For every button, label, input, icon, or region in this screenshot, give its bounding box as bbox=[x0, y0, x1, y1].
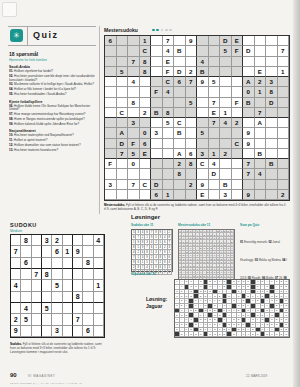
mester-cell-given: B bbox=[243, 98, 255, 108]
mester-cell-empty[interactable] bbox=[243, 57, 255, 67]
mester-cell-empty[interactable] bbox=[163, 169, 175, 179]
sudoku-cell-empty[interactable] bbox=[52, 303, 62, 314]
mester-cell-empty[interactable] bbox=[266, 180, 278, 190]
sudoku-cell-empty[interactable] bbox=[63, 292, 73, 303]
sudoku-cell-empty[interactable] bbox=[83, 292, 93, 303]
mester-cell-empty[interactable] bbox=[151, 77, 163, 87]
mester-cell-given: 9 bbox=[243, 190, 255, 200]
mester-cell-given: 9 bbox=[243, 128, 255, 138]
mester-cell-empty[interactable] bbox=[266, 108, 278, 118]
sudoku-cell-empty[interactable] bbox=[21, 246, 31, 257]
mester-cell-empty[interactable] bbox=[220, 77, 232, 87]
mester-cell-empty[interactable] bbox=[128, 169, 140, 179]
mester-cell-given: 2 bbox=[255, 77, 267, 87]
mester-cell-empty[interactable] bbox=[209, 36, 221, 46]
sudoku-cell-given: 8 bbox=[21, 235, 31, 246]
difficulty-dot bbox=[169, 29, 172, 32]
sudoku-cell-empty[interactable] bbox=[42, 292, 52, 303]
mester-cell-empty[interactable] bbox=[186, 108, 198, 118]
mester-cell-given: 9 bbox=[197, 180, 209, 190]
mester-cell-given: 9 bbox=[243, 139, 255, 149]
mester-cell-given: 2 bbox=[232, 118, 244, 128]
mestersudoku-caption: Mestersudoku. Fyll ut feltene slik at de… bbox=[104, 204, 288, 212]
mester-cell-empty[interactable] bbox=[105, 46, 117, 56]
sudoku-cell-empty[interactable] bbox=[73, 280, 83, 291]
mester-cell-empty[interactable] bbox=[105, 118, 117, 128]
mester-cell-empty[interactable] bbox=[220, 128, 232, 138]
sudoku-cell-empty[interactable] bbox=[73, 326, 83, 337]
sudoku-cell-empty[interactable] bbox=[42, 314, 52, 325]
mester-cell-given: 8 bbox=[140, 57, 152, 67]
sudoku-cell-empty[interactable] bbox=[32, 292, 42, 303]
mester-cell-empty[interactable] bbox=[151, 169, 163, 179]
quiz-question: 05. Hva heter hovedstaden i Saudi-Arabia… bbox=[9, 93, 95, 97]
mester-cell-given: 8 bbox=[128, 98, 140, 108]
mester-cell-empty[interactable] bbox=[197, 169, 209, 179]
mester-cell-empty[interactable] bbox=[255, 128, 267, 138]
mester-cell-empty[interactable] bbox=[209, 87, 221, 97]
magazine-page: ✳ Quiz 18 spørsmål Hjernetrim for hele f… bbox=[0, 0, 300, 387]
sudoku-cell-empty[interactable] bbox=[42, 280, 52, 291]
mester-cell-empty[interactable] bbox=[197, 36, 209, 46]
mester-cell-empty[interactable] bbox=[163, 128, 175, 138]
mester-cell-empty[interactable] bbox=[278, 159, 290, 169]
mester-cell-empty[interactable] bbox=[140, 98, 152, 108]
mester-cell-empty[interactable] bbox=[266, 46, 278, 56]
mester-cell-given: D bbox=[266, 98, 278, 108]
mester-cell-empty[interactable] bbox=[243, 149, 255, 159]
mester-cell-given: D bbox=[243, 46, 255, 56]
mester-cell-empty[interactable] bbox=[128, 190, 140, 200]
mester-cell-empty[interactable] bbox=[105, 98, 117, 108]
quiz-question: 12. Hvilken dramatiker står som statue f… bbox=[9, 144, 95, 148]
mester-cell-empty[interactable] bbox=[151, 149, 163, 159]
mester-cell-empty[interactable] bbox=[232, 57, 244, 67]
mester-cell-empty[interactable] bbox=[278, 169, 290, 179]
quiz-question: 08. Hvem er Norges mestscorende spiller … bbox=[9, 118, 95, 122]
mester-cell-empty[interactable] bbox=[117, 190, 129, 200]
mester-cell-given: 8 bbox=[140, 67, 152, 77]
mester-cell-empty[interactable] bbox=[151, 159, 163, 169]
sudoku-cell-empty[interactable] bbox=[83, 246, 93, 257]
mester-cell-empty[interactable] bbox=[278, 57, 290, 67]
mester-cell-given: 6 bbox=[186, 149, 198, 159]
difficulty-dot bbox=[152, 29, 155, 32]
mester-cell-given: 7 bbox=[255, 108, 267, 118]
sudoku-cell-given: 6 bbox=[21, 258, 31, 269]
mester-cell-empty[interactable] bbox=[255, 159, 267, 169]
mester-cell-empty[interactable] bbox=[232, 67, 244, 77]
mester-cell-empty[interactable] bbox=[163, 139, 175, 149]
sudoku-cell-empty[interactable] bbox=[63, 269, 73, 280]
scan-corner-artifact bbox=[2, 2, 17, 17]
sudoku-cell-empty[interactable] bbox=[73, 235, 83, 246]
mester-cell-empty[interactable] bbox=[186, 57, 198, 67]
mester-cell-given: 1 bbox=[278, 67, 290, 77]
mester-cell-empty[interactable] bbox=[186, 118, 198, 128]
mester-cell-given: 8 bbox=[186, 159, 198, 169]
mester-cell-empty[interactable] bbox=[151, 118, 163, 128]
mester-cell-given: A bbox=[117, 128, 129, 138]
crossword-letter-cell: N bbox=[284, 332, 289, 337]
mester-cell-empty[interactable] bbox=[278, 180, 290, 190]
sudoku-cell-empty[interactable] bbox=[83, 303, 93, 314]
mester-cell-given: 7 bbox=[209, 98, 221, 108]
mester-cell-empty[interactable] bbox=[174, 87, 186, 97]
crossword-solution-word: Løsning: Jaguar bbox=[146, 296, 167, 310]
mester-cell-empty[interactable] bbox=[209, 128, 221, 138]
sudoku-cell-empty[interactable] bbox=[21, 292, 31, 303]
mester-cell-given: D bbox=[174, 67, 186, 77]
mester-cell-empty[interactable] bbox=[140, 169, 152, 179]
mester-cell-given: 1 bbox=[209, 149, 221, 159]
mester-cell-empty[interactable] bbox=[151, 36, 163, 46]
sudoku-cell-empty[interactable] bbox=[73, 258, 83, 269]
mester-cell-empty[interactable] bbox=[209, 180, 221, 190]
mester-cell-empty[interactable] bbox=[255, 57, 267, 67]
mester-cell-empty[interactable] bbox=[255, 46, 267, 56]
mester-cell-empty[interactable] bbox=[128, 87, 140, 97]
mester-cell-given: C bbox=[117, 108, 129, 118]
sudoku-cell-empty[interactable] bbox=[11, 258, 21, 269]
mester-cell-empty[interactable] bbox=[197, 46, 209, 56]
sudoku-cell-empty[interactable] bbox=[63, 235, 73, 246]
sudoku-cell-empty[interactable] bbox=[32, 246, 42, 257]
mester-cell-empty[interactable] bbox=[128, 67, 140, 77]
mester-cell-empty[interactable] bbox=[151, 139, 163, 149]
mester-cell-given: 2 bbox=[140, 108, 152, 118]
sudoku-cell-given: 4 bbox=[11, 280, 21, 291]
mester-cell-empty[interactable] bbox=[163, 149, 175, 159]
sudoku-cell-empty[interactable] bbox=[73, 269, 83, 280]
sudoku-cell-empty[interactable] bbox=[11, 235, 21, 246]
mester-cell-empty[interactable] bbox=[266, 118, 278, 128]
mester-cell-given: 5 bbox=[220, 46, 232, 56]
mester-cell-empty[interactable] bbox=[186, 169, 198, 179]
mester-cell-given: F bbox=[163, 67, 175, 77]
mester-cell-empty[interactable] bbox=[105, 57, 117, 67]
mester-cell-empty[interactable] bbox=[128, 36, 140, 46]
mester-cell-empty[interactable] bbox=[266, 149, 278, 159]
sudoku-cell-empty[interactable] bbox=[63, 303, 73, 314]
mester-cell-given: A bbox=[243, 77, 255, 87]
mester-cell-given: 4 bbox=[163, 87, 175, 97]
sudoku-cell-empty[interactable] bbox=[52, 292, 62, 303]
sudoku-cell-empty[interactable] bbox=[94, 303, 104, 314]
mester-cell-empty[interactable] bbox=[266, 67, 278, 77]
mestersudoku-title: Mestersudoku bbox=[104, 27, 138, 33]
sudoku-cell-empty[interactable] bbox=[52, 269, 62, 280]
sudoku-cell-empty[interactable] bbox=[83, 280, 93, 291]
mester-cell-given: 2 bbox=[220, 149, 232, 159]
mester-cell-empty[interactable] bbox=[209, 190, 221, 200]
mester-cell-empty[interactable] bbox=[174, 36, 186, 46]
mester-cell-empty[interactable] bbox=[220, 139, 232, 149]
difficulty-dot bbox=[161, 29, 164, 32]
quiz-answers-label: Svar på Quiz bbox=[240, 223, 259, 227]
sudoku-caption: Sudoku. Fyll ut feltene slik at de vannr… bbox=[10, 343, 106, 355]
mester-cell-empty[interactable] bbox=[209, 46, 221, 56]
mester-cell-given: 3 bbox=[128, 118, 140, 128]
quiz-question: 02. Hva heter journalisten som ble drept… bbox=[9, 75, 95, 83]
mester-cell-empty[interactable] bbox=[220, 87, 232, 97]
sudoku-cell-empty[interactable] bbox=[32, 280, 42, 291]
mester-cell-given: B bbox=[266, 159, 278, 169]
sudoku-title: SUDOKU bbox=[10, 222, 37, 228]
mester-cell-empty[interactable] bbox=[278, 139, 290, 149]
mester-cell-empty[interactable] bbox=[140, 190, 152, 200]
sudoku-cell-empty[interactable] bbox=[21, 280, 31, 291]
sudoku-cell-empty[interactable] bbox=[32, 303, 42, 314]
mester-cell-empty[interactable] bbox=[140, 118, 152, 128]
mester-cell-empty[interactable] bbox=[255, 98, 267, 108]
mester-cell-empty[interactable] bbox=[278, 118, 290, 128]
mester-cell-empty[interactable] bbox=[174, 190, 186, 200]
mester-cell-empty[interactable] bbox=[278, 98, 290, 108]
mester-cell-empty[interactable] bbox=[117, 77, 129, 87]
mester-cell-empty[interactable] bbox=[163, 98, 175, 108]
sudoku-cell-empty[interactable] bbox=[42, 246, 52, 257]
mester-cell-empty[interactable] bbox=[220, 98, 232, 108]
sudoku-cell-given: 1 bbox=[94, 280, 104, 291]
mester-cell-empty[interactable] bbox=[117, 57, 129, 67]
sudoku-cell-given: 7 bbox=[11, 246, 21, 257]
mester-cell-empty[interactable] bbox=[197, 118, 209, 128]
mester-cell-empty[interactable] bbox=[197, 87, 209, 97]
footer-magazine-name: VI MAGASINET bbox=[28, 374, 55, 378]
mester-cell-empty[interactable] bbox=[278, 87, 290, 97]
mester-cell-empty[interactable] bbox=[140, 77, 152, 87]
mester-cell-given: 2 bbox=[278, 190, 290, 200]
sudoku-cell-given: 3 bbox=[42, 235, 52, 246]
mester-cell-empty[interactable] bbox=[220, 159, 232, 169]
mester-cell-empty[interactable] bbox=[255, 180, 267, 190]
sudoku-cell-empty[interactable] bbox=[83, 269, 93, 280]
mester-cell-empty[interactable] bbox=[117, 180, 129, 190]
sudoku-solution-grid: 5346789126721953481983425678597614234268… bbox=[131, 229, 173, 272]
sudoku-cell-empty[interactable] bbox=[21, 269, 31, 280]
mester-cell-empty[interactable] bbox=[117, 87, 129, 97]
mester-cell-empty[interactable] bbox=[174, 139, 186, 149]
mester-cell-empty[interactable] bbox=[105, 67, 117, 77]
mester-cell-given: 0 bbox=[243, 87, 255, 97]
mester-cell-given: 7 bbox=[209, 118, 221, 128]
sudoku-cell-empty[interactable] bbox=[52, 258, 62, 269]
mester-cell-empty[interactable] bbox=[243, 36, 255, 46]
mester-cell-empty[interactable] bbox=[174, 108, 186, 118]
mester-cell-empty[interactable] bbox=[197, 98, 209, 108]
mester-cell-empty[interactable] bbox=[209, 57, 221, 67]
mester-cell-empty[interactable] bbox=[232, 159, 244, 169]
mester-cell-given: B bbox=[174, 128, 186, 138]
mester-cell-empty[interactable] bbox=[232, 87, 244, 97]
mester-cell-given: D bbox=[117, 139, 129, 149]
mester-cell-empty[interactable] bbox=[243, 180, 255, 190]
mester-cell-empty[interactable] bbox=[278, 77, 290, 87]
mester-cell-empty[interactable] bbox=[266, 36, 278, 46]
mester-cell-empty[interactable] bbox=[232, 77, 244, 87]
mester-cell-empty[interactable] bbox=[151, 67, 163, 77]
sudoku-cell-empty[interactable] bbox=[94, 326, 104, 337]
sudoku-cell-empty[interactable] bbox=[11, 292, 21, 303]
sudoku-cell-empty[interactable] bbox=[94, 269, 104, 280]
mester-cell-empty[interactable] bbox=[186, 87, 198, 97]
sudoku-cell-empty[interactable] bbox=[94, 292, 104, 303]
mester-cell-empty[interactable] bbox=[117, 118, 129, 128]
mester-cell-empty[interactable] bbox=[243, 118, 255, 128]
sudoku-cell-empty[interactable] bbox=[11, 303, 21, 314]
mester-cell-given: 8 bbox=[266, 87, 278, 97]
mester-cell-given: 8 bbox=[163, 108, 175, 118]
mester-cell-empty[interactable] bbox=[220, 57, 232, 67]
sudoku-cell-empty[interactable] bbox=[63, 326, 73, 337]
mester-cell-empty[interactable] bbox=[105, 190, 117, 200]
mester-cell-empty[interactable] bbox=[105, 149, 117, 159]
mester-cell-given: 3 bbox=[105, 180, 117, 190]
sudoku-cell-empty[interactable] bbox=[94, 258, 104, 269]
sudoku-cell-empty[interactable] bbox=[63, 258, 73, 269]
mester-cell-empty[interactable] bbox=[151, 46, 163, 56]
mester-cell-given: 7 bbox=[128, 180, 140, 190]
column-divider bbox=[99, 26, 100, 214]
mester-cell-empty[interactable] bbox=[140, 159, 152, 169]
mester-cell-empty[interactable] bbox=[140, 87, 152, 97]
mester-cell-empty[interactable] bbox=[117, 36, 129, 46]
mester-cell-empty[interactable] bbox=[255, 190, 267, 200]
mester-cell-empty[interactable] bbox=[105, 139, 117, 149]
mester-cell-empty[interactable] bbox=[266, 190, 278, 200]
mester-cell-empty[interactable] bbox=[243, 108, 255, 118]
mester-cell-empty[interactable] bbox=[243, 67, 255, 77]
sudoku-cell-given: 6 bbox=[52, 246, 62, 257]
sudoku-cell-given: 8 bbox=[83, 258, 93, 269]
mester-cell-empty[interactable] bbox=[174, 98, 186, 108]
sudoku-cell-empty[interactable] bbox=[83, 314, 93, 325]
mester-cell-given: C bbox=[232, 139, 244, 149]
quiz-question: 06. Hvilken klubb trente Ole Gunnar Sols… bbox=[9, 105, 95, 113]
mester-cell-empty[interactable] bbox=[105, 77, 117, 87]
mester-cell-empty[interactable] bbox=[255, 139, 267, 149]
mester-cell-empty[interactable] bbox=[197, 108, 209, 118]
mester-cell-empty[interactable] bbox=[105, 87, 117, 97]
mester-cell-given: F bbox=[151, 87, 163, 97]
mester-cell-empty[interactable] bbox=[128, 108, 140, 118]
mester-cell-empty[interactable] bbox=[174, 180, 186, 190]
mester-cell-given: B bbox=[174, 46, 186, 56]
mester-cell-empty[interactable] bbox=[278, 149, 290, 159]
mester-cell-empty[interactable] bbox=[220, 169, 232, 179]
mester-cell-empty[interactable] bbox=[209, 139, 221, 149]
mester-cell-given: E bbox=[140, 149, 152, 159]
mester-cell-empty[interactable] bbox=[186, 128, 198, 138]
sudoku-cell-empty[interactable] bbox=[63, 280, 73, 291]
mester-cell-empty[interactable] bbox=[255, 36, 267, 46]
sudoku-cell-empty[interactable] bbox=[32, 258, 42, 269]
sudoku-cell-given: 2 bbox=[11, 314, 21, 325]
mester-cell-empty[interactable] bbox=[220, 67, 232, 77]
sudoku-cell-empty[interactable] bbox=[11, 269, 21, 280]
mester-cell-empty[interactable] bbox=[209, 67, 221, 77]
sudoku-cell-empty[interactable] bbox=[21, 326, 31, 337]
mester-cell-given: 3 bbox=[220, 190, 232, 200]
mester-cell-given: 1 bbox=[140, 36, 152, 46]
mester-cell-empty[interactable] bbox=[186, 190, 198, 200]
quiz-answer: 01 Eneveldig monarki. bbox=[240, 240, 268, 244]
difficulty-dot bbox=[156, 29, 159, 32]
mester-cell-empty[interactable] bbox=[278, 36, 290, 46]
sudoku-cell-empty[interactable] bbox=[42, 258, 52, 269]
mester-cell-empty[interactable] bbox=[151, 57, 163, 67]
mester-cell-empty[interactable] bbox=[117, 159, 129, 169]
sudoku-difficulty: Medium bbox=[10, 229, 22, 233]
mester-cell-empty[interactable] bbox=[266, 169, 278, 179]
mester-cell-empty[interactable] bbox=[174, 57, 186, 67]
sudoku-cell-empty[interactable] bbox=[83, 235, 93, 246]
mester-cell-given: E bbox=[197, 190, 209, 200]
mester-cell-empty[interactable] bbox=[278, 108, 290, 118]
mester-cell-given: 9 bbox=[186, 36, 198, 46]
mester-cell-empty[interactable] bbox=[186, 139, 198, 149]
mester-cell-empty[interactable] bbox=[105, 169, 117, 179]
mester-cell-empty[interactable] bbox=[232, 128, 244, 138]
mester-cell-empty[interactable] bbox=[232, 190, 244, 200]
sudoku-cell-empty[interactable] bbox=[32, 235, 42, 246]
sudoku-cell-empty[interactable] bbox=[63, 314, 73, 325]
mester-cell-empty[interactable] bbox=[278, 128, 290, 138]
mester-cell-empty[interactable] bbox=[105, 108, 117, 118]
mester-cell-empty[interactable] bbox=[128, 46, 140, 56]
mester-cell-empty[interactable] bbox=[266, 128, 278, 138]
mester-cell-empty[interactable] bbox=[117, 98, 129, 108]
mester-cell-given: C bbox=[174, 118, 186, 128]
mester-cell-given: 1 bbox=[220, 108, 232, 118]
sudoku-cell-empty[interactable] bbox=[73, 303, 83, 314]
header-rule bbox=[8, 45, 96, 46]
mester-cell-empty[interactable] bbox=[128, 128, 140, 138]
mester-cell-empty[interactable] bbox=[105, 128, 117, 138]
mester-cell-empty[interactable] bbox=[197, 139, 209, 149]
sudoku-cell-empty[interactable] bbox=[94, 246, 104, 257]
mester-cell-empty[interactable] bbox=[266, 57, 278, 67]
mester-cell-empty[interactable] bbox=[232, 108, 244, 118]
mester-cell-empty[interactable] bbox=[151, 98, 163, 108]
mester-cell-given: 6 bbox=[105, 36, 117, 46]
sudoku-cell-empty[interactable] bbox=[94, 314, 104, 325]
sudoku-cell-empty[interactable] bbox=[42, 326, 52, 337]
mester-cell-empty[interactable] bbox=[117, 46, 129, 56]
mester-cell-empty[interactable] bbox=[232, 149, 244, 159]
mester-cell-given: F bbox=[232, 98, 244, 108]
mester-cell-given: 5 bbox=[197, 128, 209, 138]
mester-cell-empty[interactable] bbox=[186, 46, 198, 56]
mester-cell-empty[interactable] bbox=[163, 180, 175, 190]
sudoku-cell-empty[interactable] bbox=[32, 314, 42, 325]
mester-cell-given: B bbox=[220, 180, 232, 190]
mester-cell-empty[interactable] bbox=[163, 159, 175, 169]
mester-cell-given: E bbox=[232, 36, 244, 46]
sudoku-cell-empty[interactable] bbox=[52, 314, 62, 325]
mester-cell-given: F bbox=[232, 46, 244, 56]
mester-cell-given: 2 bbox=[174, 159, 186, 169]
sudoku-cell-given: 8 bbox=[42, 269, 52, 280]
mester-cell-empty[interactable] bbox=[232, 180, 244, 190]
sudoku-cell-empty[interactable] bbox=[32, 326, 42, 337]
mester-cell-empty[interactable] bbox=[232, 169, 244, 179]
mester-cell-empty[interactable] bbox=[117, 169, 129, 179]
mester-cell-given: A bbox=[174, 149, 186, 159]
mester-cell-empty[interactable] bbox=[266, 139, 278, 149]
sudoku-cell-given: 4 bbox=[21, 303, 31, 314]
